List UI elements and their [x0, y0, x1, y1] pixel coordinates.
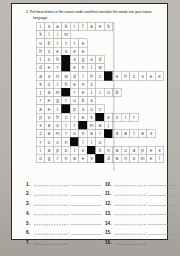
- instruction-line-2: language: [26, 15, 165, 21]
- answer-row: 1.:: [26, 177, 110, 187]
- answer-number: 13.: [105, 211, 115, 217]
- instruction-line-1: 2. Put these letters in the correct orde…: [26, 10, 152, 15]
- answer-number: 7.: [26, 240, 34, 246]
- word-blank-line: [115, 180, 146, 186]
- answer-number: 1.: [26, 181, 34, 187]
- answer-number: 14.: [105, 220, 115, 226]
- translation-blank-line: [71, 190, 102, 196]
- translation-blank-line: [148, 239, 176, 245]
- letter-cell: e: [155, 72, 164, 81]
- translation-blank-line: [71, 229, 102, 235]
- word-blank-line: [115, 219, 146, 225]
- answer-row: 2.:: [26, 187, 110, 197]
- translation-blank-line: [148, 180, 176, 186]
- answer-list-left-column: 1.:2.:3.:4.:5.:6.:7.:: [26, 177, 110, 245]
- word-blank-line: [115, 200, 146, 206]
- answer-row: 13.:: [105, 206, 180, 216]
- answer-row: 3.:: [26, 197, 110, 207]
- translation-blank-line: [71, 210, 102, 216]
- answer-number: 5.: [26, 220, 34, 226]
- answer-row: 14.:: [105, 216, 180, 226]
- translation-blank-line: [148, 190, 176, 196]
- answer-list-right-column: 10.:11.:12.:13.:14.:15.:16.:: [105, 177, 180, 245]
- letter-cell: l: [155, 154, 164, 163]
- translation-blank-line: [71, 180, 102, 186]
- translation-blank-line: [148, 200, 176, 206]
- answer-row: 6.:: [26, 226, 110, 236]
- answer-number: 3.: [26, 201, 34, 207]
- word-blank-line: [34, 200, 68, 206]
- translation-blank-line: [71, 219, 102, 225]
- answer-number: 10.: [105, 181, 115, 187]
- translation-blank-line: [148, 210, 176, 216]
- translation-blank-line: [71, 200, 102, 206]
- letter-puzzle-grid: tsakrfaebklimubtrtehceseetohsgoddereniwa…: [36, 22, 164, 163]
- answer-number: 2.: [26, 191, 34, 197]
- answer-row: 15.:: [105, 226, 180, 236]
- answer-number: 6.: [26, 230, 34, 236]
- letter-cell: b: [113, 88, 122, 97]
- answer-number: 12.: [105, 201, 115, 207]
- translation-blank-line: [148, 229, 176, 235]
- letter-cell: r: [130, 113, 139, 122]
- answer-number: 4.: [26, 211, 34, 217]
- word-blank-line: [34, 190, 68, 196]
- answer-number: 11.: [105, 191, 115, 197]
- answer-number: 15.: [105, 230, 115, 236]
- word-blank-line: [34, 219, 68, 225]
- answer-row: 7.:: [26, 236, 110, 246]
- word-blank-line: [115, 210, 146, 216]
- translation-blank-line: [148, 219, 176, 225]
- answer-row: 11.:: [105, 187, 180, 197]
- answer-row: 16.:: [105, 236, 180, 246]
- word-blank-line: [34, 239, 68, 245]
- exercise-instructions: 2. Put these letters in the correct orde…: [26, 9, 165, 21]
- answer-row: 4.:: [26, 206, 110, 216]
- scanned-worksheet: 2. Put these letters in the correct orde…: [0, 0, 180, 256]
- word-blank-line: [34, 229, 68, 235]
- answer-row: 5.:: [26, 216, 110, 226]
- translation-blank-line: [71, 239, 102, 245]
- word-blank-line: [34, 180, 68, 186]
- answer-number: 16.: [105, 240, 115, 246]
- grid-row: ogrnaesdanomel: [36, 154, 164, 163]
- answer-row: 12.:: [105, 197, 180, 207]
- worksheet-page: 2. Put these letters in the correct orde…: [11, 3, 168, 240]
- word-blank-line: [115, 239, 146, 245]
- letter-cell: b: [104, 22, 113, 31]
- letter-cell: s: [147, 129, 156, 138]
- answer-row: 10.:: [105, 177, 180, 187]
- word-blank-line: [115, 229, 146, 235]
- word-blank-line: [115, 190, 146, 196]
- word-blank-line: [34, 210, 68, 216]
